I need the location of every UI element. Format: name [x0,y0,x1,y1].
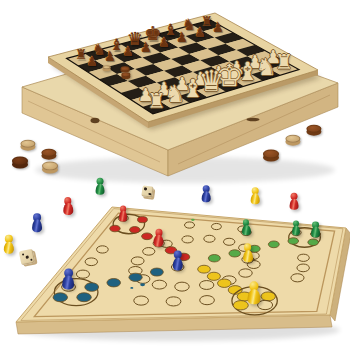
die-pip [30,258,33,261]
ludo-pawn-green[interactable] [311,221,321,237]
ludo-pawn-yellow[interactable] [242,244,254,263]
ludo-pawn-red[interactable] [62,197,73,215]
draughts-disc-brown[interactable] [41,149,56,160]
die-pip [21,253,24,256]
ludo-pawn-red[interactable] [153,229,164,246]
chess-piece-dark-pawn[interactable]: ♟ [176,31,187,44]
draughts-disc-natural[interactable] [42,161,58,173]
draughts-disc-natural[interactable] [20,140,35,151]
draughts-disc-brown[interactable] [263,149,279,161]
pieces-layer: ♜♞♝♛♚♝♞♜♟♟♟♟♟♟♟♟♟♟♟♟♟♟♟♟♜♞♝♛♚♝♞♜ [0,0,350,350]
ludo-pawn-yellow[interactable] [247,281,262,305]
chess-piece-light-knight[interactable]: ♞ [164,83,185,107]
chess-piece-dark-pawn[interactable]: ♟ [212,21,223,34]
chess-piece-dark-pawn[interactable]: ♟ [122,46,133,59]
ludo-pawn-green[interactable] [241,220,251,236]
draughts-disc-natural[interactable] [285,135,300,146]
ludo-pawn-green[interactable] [95,178,106,195]
die-pip [25,255,28,258]
ludo-pawn-blue[interactable] [171,250,183,270]
draughts-disc-brown[interactable] [121,72,130,79]
ludo-pawn-blue[interactable] [201,185,212,202]
chess-piece-dark-pawn[interactable]: ♟ [86,56,97,69]
ludo-pawn-green[interactable] [291,220,301,236]
draughts-disc-natural[interactable] [102,65,111,72]
chess-piece-light-rook[interactable]: ♜ [275,52,294,73]
chess-piece-light-rook[interactable]: ♜ [147,90,166,111]
draughts-disc-brown[interactable] [306,125,321,136]
wooden-die[interactable] [141,185,153,197]
ludo-pawn-yellow[interactable] [250,187,261,204]
draughts-disc-dark[interactable] [12,156,28,168]
die-pip [148,192,151,195]
chess-piece-dark-pawn[interactable]: ♟ [104,51,115,64]
chess-piece-dark-pawn[interactable]: ♟ [140,41,151,54]
chess-piece-dark-pawn[interactable]: ♟ [194,26,205,39]
ludo-pawn-blue[interactable] [31,213,43,232]
ludo-pawn-yellow[interactable] [3,235,15,254]
die-pip [143,187,146,190]
chess-piece-dark-pawn[interactable]: ♟ [158,36,169,49]
ludo-pawn-blue[interactable] [62,268,76,290]
product-photo-scene: ♜♞♝♛♚♝♞♜♟♟♟♟♟♟♟♟♟♟♟♟♟♟♟♟♜♞♝♛♚♝♞♜ [0,0,350,350]
ludo-pawn-red[interactable] [118,206,128,221]
wooden-die[interactable] [19,249,36,266]
ludo-pawn-red[interactable] [289,193,300,210]
